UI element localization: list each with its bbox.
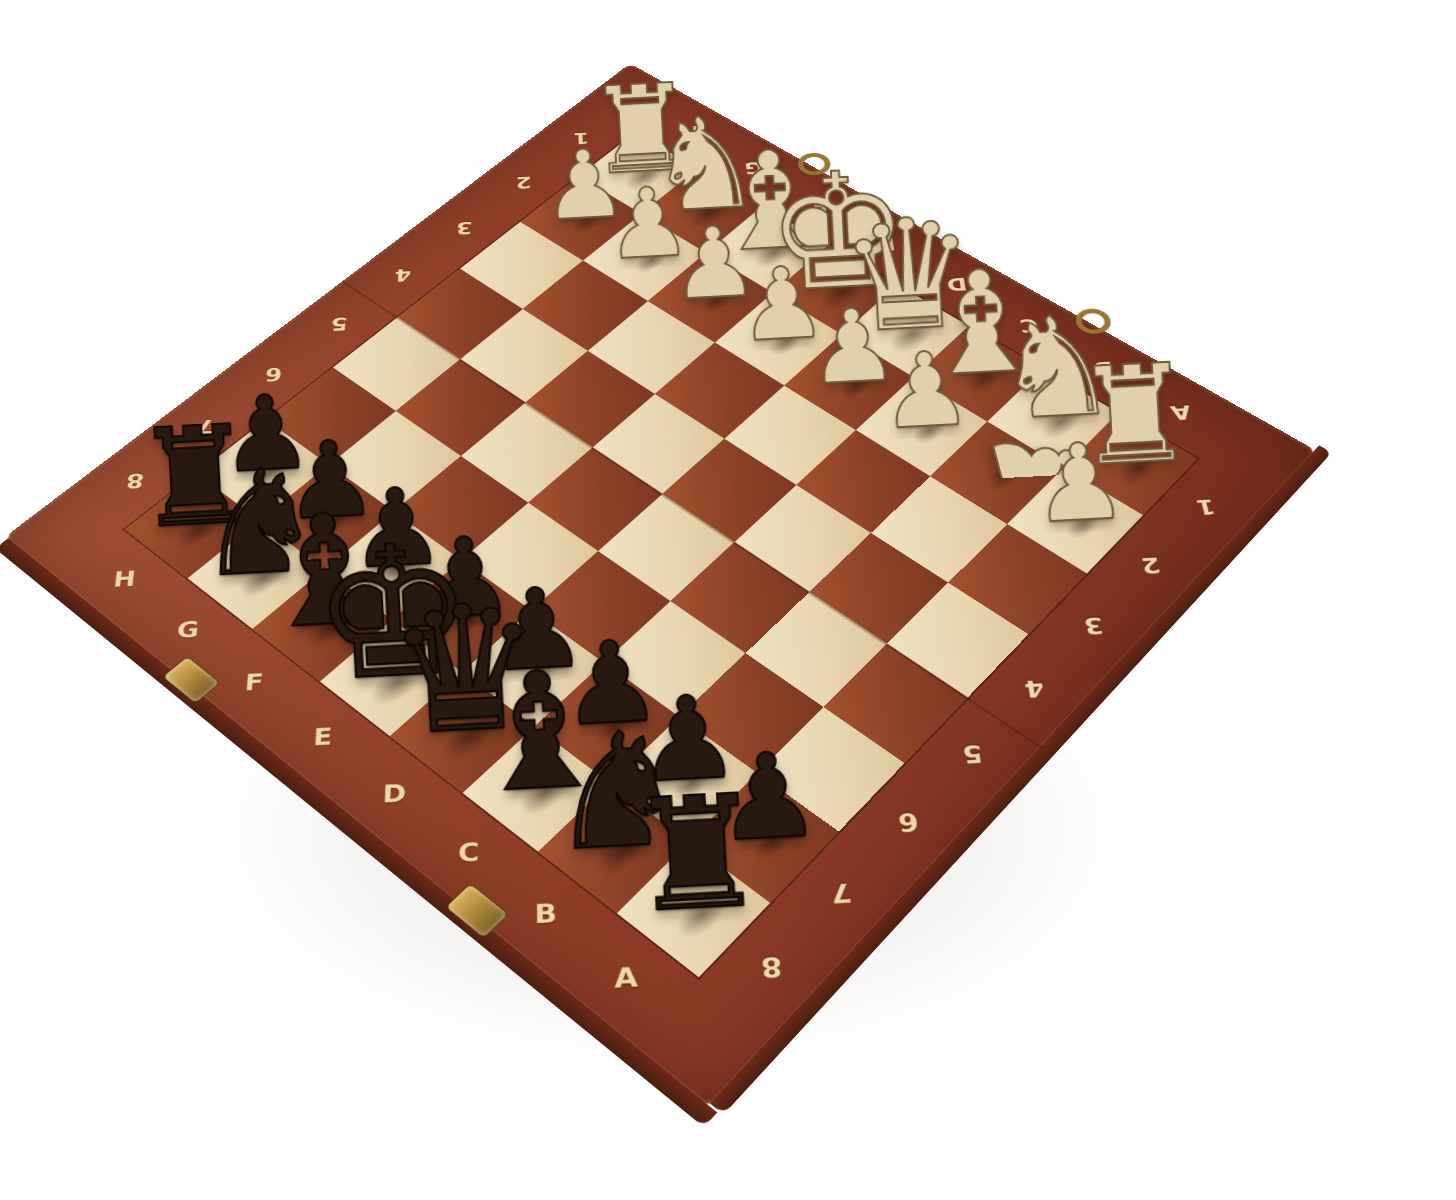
file-label-far-E: E bbox=[877, 235, 896, 253]
file-label-far-A: A bbox=[1168, 402, 1192, 422]
square-c2[interactable]: ♟ bbox=[856, 377, 987, 476]
rank-label-aside-8: 8 bbox=[760, 953, 783, 981]
rank-label-hside-3: 3 bbox=[456, 220, 473, 237]
file-label-near-E: E bbox=[312, 724, 333, 748]
photo-canvas: ♜♟♟♜♞♟♟♞♝♟♟♝♚♟♟♚♛♟♟♛♝♟♟♝♞♟♟♞♜♟♟♜ HH88GG7… bbox=[0, 0, 1456, 1200]
file-label-near-F: F bbox=[244, 670, 265, 694]
square-e5[interactable] bbox=[528, 447, 662, 551]
file-label-far-F: F bbox=[810, 197, 828, 214]
brass-clasp-icon bbox=[446, 884, 507, 937]
scene: ♜♟♟♜♞♟♟♞♝♟♟♝♚♟♟♚♛♟♟♛♝♟♟♝♞♟♟♞♜♟♟♜ HH88GG7… bbox=[0, 0, 1456, 1200]
file-label-near-C: C bbox=[457, 839, 479, 865]
rank-label-aside-7: 7 bbox=[829, 880, 852, 907]
rank-label-aside-3: 3 bbox=[1082, 614, 1105, 637]
chess-board: ♜♟♟♜♞♟♟♞♝♟♟♝♚♟♟♚♛♟♟♛♝♟♟♝♞♟♟♞♜♟♟♜ HH88GG7… bbox=[4, 63, 1316, 1108]
file-label-near-A: A bbox=[613, 963, 637, 992]
file-label-near-B: B bbox=[534, 900, 557, 927]
rank-label-hside-4: 4 bbox=[394, 266, 411, 284]
board-frame: ♜♟♟♜♞♟♟♞♝♟♟♝♚♟♟♚♛♟♟♛♝♟♟♝♞♟♟♞♜♟♟♜ HH88GG7… bbox=[4, 63, 1316, 1108]
file-label-far-B: B bbox=[1092, 358, 1115, 377]
file-label-far-D: D bbox=[945, 275, 968, 293]
square-a8[interactable]: ♜ bbox=[617, 842, 770, 977]
rank-label-hside-1: 1 bbox=[573, 130, 589, 146]
rank-label-aside-5: 5 bbox=[961, 742, 984, 767]
file-label-near-D: D bbox=[382, 780, 407, 806]
white-pawn-icon: ♟ bbox=[1029, 428, 1129, 539]
rank-label-aside-2: 2 bbox=[1139, 554, 1162, 576]
file-label-near-H: H bbox=[112, 568, 137, 590]
file-label-far-G: G bbox=[743, 159, 763, 176]
file-label-far-H: H bbox=[680, 123, 700, 139]
white-pawn-icon: ♟ bbox=[877, 337, 974, 444]
rank-label-hside-2: 2 bbox=[515, 174, 531, 191]
rank-label-aside-4: 4 bbox=[1022, 677, 1045, 701]
board-squares: ♜♟♟♜♞♟♟♞♝♟♟♝♚♟♟♚♛♟♟♛♝♟♟♝♞♟♟♞♜♟♟♜ bbox=[125, 132, 1197, 977]
file-label-near-G: G bbox=[176, 618, 200, 641]
file-label-far-C: C bbox=[1018, 316, 1039, 335]
rank-label-hside-6: 6 bbox=[264, 365, 283, 384]
black-rook-icon: ♜ bbox=[624, 774, 770, 935]
rank-label-hside-5: 5 bbox=[330, 315, 348, 334]
rank-label-aside-6: 6 bbox=[896, 809, 919, 835]
rank-label-aside-1: 1 bbox=[1194, 497, 1217, 518]
